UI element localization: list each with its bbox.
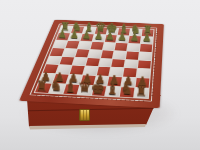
square-c6[interactable]	[78, 41, 91, 49]
square-e5[interactable]	[101, 50, 114, 58]
square-e6[interactable]	[103, 42, 116, 50]
piece-black-pawn[interactable]: ♟	[93, 31, 103, 42]
piece-black-pawn[interactable]: ♟	[118, 32, 128, 43]
square-g6[interactable]	[128, 43, 140, 51]
square-h7[interactable]: ♟	[141, 36, 153, 43]
square-g7[interactable]: ♟	[129, 36, 141, 43]
square-d5[interactable]	[88, 50, 102, 58]
square-e1[interactable]: ♚	[91, 86, 106, 96]
piece-black-pawn[interactable]: ♟	[105, 31, 115, 42]
square-f7[interactable]: ♟	[117, 35, 129, 42]
square-f4[interactable]	[112, 59, 125, 68]
photo-stage: ♜♞♝♛♚♝♞♜♟♟♟♟♟♟♟♟♟♟♟♟♟♟♟♟♜♞♝♛♚♝♞♜	[0, 0, 200, 150]
square-h6[interactable]	[140, 44, 152, 52]
square-f6[interactable]	[115, 43, 128, 51]
square-h5[interactable]	[139, 52, 152, 60]
square-g4[interactable]	[125, 60, 138, 69]
square-a4[interactable]	[47, 56, 62, 64]
square-c1[interactable]: ♝	[63, 84, 79, 94]
square-h4[interactable]	[138, 60, 151, 69]
piece-white-rook[interactable]: ♜	[135, 84, 148, 98]
piece-black-pawn[interactable]: ♟	[142, 33, 152, 44]
square-b5[interactable]	[63, 48, 77, 56]
piece-black-pawn[interactable]: ♟	[57, 29, 67, 40]
piece-white-king[interactable]: ♚	[91, 79, 106, 95]
perspective-scene: ♜♞♝♛♚♝♞♜♟♟♟♟♟♟♟♟♟♟♟♟♟♟♟♟♜♞♝♛♚♝♞♜	[0, 0, 200, 150]
piece-white-knight[interactable]: ♞	[50, 79, 63, 93]
square-e7[interactable]: ♟	[104, 35, 117, 42]
square-d7[interactable]: ♟	[92, 34, 105, 41]
square-f5[interactable]	[113, 51, 126, 59]
board-grid: ♜♞♝♛♚♝♞♜♟♟♟♟♟♟♟♟♟♟♟♟♟♟♟♟♜♞♝♛♚♝♞♜	[34, 25, 155, 99]
square-g5[interactable]	[126, 51, 139, 59]
square-d4[interactable]	[85, 58, 99, 67]
square-c4[interactable]	[72, 57, 86, 65]
piece-white-rook[interactable]: ♜	[36, 79, 48, 93]
piece-white-knight[interactable]: ♞	[120, 82, 133, 97]
square-g1[interactable]: ♞	[120, 87, 134, 97]
piece-black-pawn[interactable]: ♟	[130, 32, 140, 43]
square-h1[interactable]: ♜	[134, 88, 148, 98]
square-e4[interactable]	[98, 58, 112, 67]
piece-white-queen[interactable]: ♛	[77, 79, 91, 95]
piece-white-bishop[interactable]: ♝	[63, 79, 76, 94]
piece-black-pawn[interactable]: ♟	[81, 30, 91, 41]
square-d6[interactable]	[90, 42, 103, 50]
piece-white-bishop[interactable]: ♝	[106, 81, 120, 96]
square-f1[interactable]: ♝	[106, 87, 121, 97]
piece-black-pawn[interactable]: ♟	[69, 30, 79, 41]
chess-board: ♜♞♝♛♚♝♞♜♟♟♟♟♟♟♟♟♟♟♟♟♟♟♟♟♜♞♝♛♚♝♞♜	[19, 20, 164, 108]
